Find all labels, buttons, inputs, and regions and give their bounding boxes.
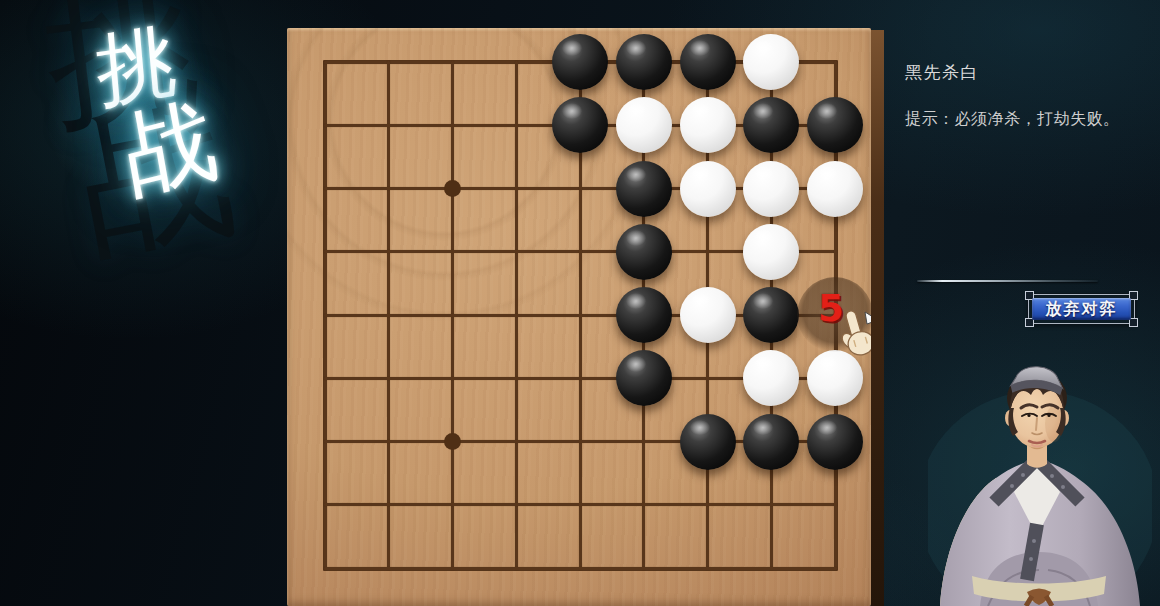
white-stone xyxy=(743,224,799,280)
white-stone xyxy=(807,161,863,217)
white-stone xyxy=(680,287,736,343)
go-board-grid[interactable]: 5 xyxy=(325,62,835,568)
challenge-banner: 挑 战 挑 战 xyxy=(18,0,278,300)
forfeit-button-label: 放弃对弈 xyxy=(1046,299,1118,320)
black-stone xyxy=(807,414,863,470)
panel-divider-line xyxy=(917,280,1098,282)
npc-portrait xyxy=(928,356,1152,606)
black-stone xyxy=(552,34,608,90)
black-stone xyxy=(680,414,736,470)
star-point xyxy=(444,180,461,197)
star-point xyxy=(444,433,461,450)
black-stone xyxy=(616,350,672,406)
challenge-glow-char2: 战 xyxy=(117,91,222,204)
black-stone xyxy=(616,161,672,217)
white-stone xyxy=(680,97,736,153)
black-stone xyxy=(616,287,672,343)
board-side-face xyxy=(871,30,884,606)
black-stone xyxy=(616,224,672,280)
black-stone xyxy=(743,287,799,343)
go-board[interactable]: 5 xyxy=(287,28,871,606)
white-stone xyxy=(743,34,799,90)
black-stone xyxy=(743,414,799,470)
grid-line-horizontal xyxy=(324,567,837,570)
black-stone xyxy=(680,34,736,90)
forfeit-game-button[interactable]: 放弃对弈 xyxy=(1028,294,1135,324)
white-stone xyxy=(680,161,736,217)
puzzle-hint: 提示：必须净杀，打劫失败。 xyxy=(905,109,1120,130)
white-stone xyxy=(616,97,672,153)
white-stone xyxy=(807,350,863,406)
grid-line-horizontal xyxy=(324,503,837,506)
game-screen: 挑 战 挑 战 5 xyxy=(0,0,1160,606)
button-face: 放弃对弈 xyxy=(1032,298,1131,320)
black-stone xyxy=(616,34,672,90)
white-stone xyxy=(743,161,799,217)
black-stone xyxy=(552,97,608,153)
black-stone xyxy=(807,97,863,153)
puzzle-title: 黑先杀白 xyxy=(905,61,979,84)
